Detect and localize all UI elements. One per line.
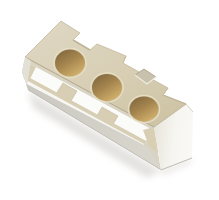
wire-hole-1 (55, 50, 85, 77)
terminal-block-illustration (0, 0, 219, 200)
product-photo (0, 0, 219, 200)
wire-hole-2 (92, 74, 122, 101)
wire-hole-3 (130, 97, 159, 122)
